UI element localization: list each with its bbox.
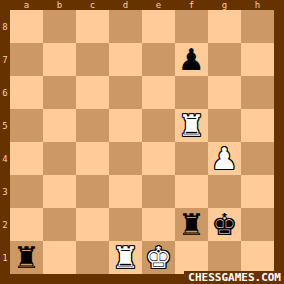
square-b5 [43,109,76,142]
square-c3 [76,175,109,208]
square-d2 [109,208,142,241]
square-h3 [241,175,274,208]
square-c2 [76,208,109,241]
square-d4 [109,142,142,175]
square-g8 [208,10,241,43]
file-label-a: a [10,0,43,10]
square-h2 [241,208,274,241]
square-e6 [142,76,175,109]
square-d8 [109,10,142,43]
square-h6 [241,76,274,109]
square-g4: ♟ [208,142,241,175]
rank-label-6: 6 [0,76,10,109]
square-d3 [109,175,142,208]
square-d6 [109,76,142,109]
piece-black-rook-f2: ♜ [178,208,205,241]
square-c7 [76,43,109,76]
square-a7 [10,43,43,76]
square-c5 [76,109,109,142]
square-b3 [43,175,76,208]
piece-white-rook-d1: ♜ [112,241,139,274]
square-e8 [142,10,175,43]
square-f4 [175,142,208,175]
square-a4 [10,142,43,175]
square-g2: ♚ [208,208,241,241]
file-label-b: b [43,0,76,10]
file-label-c: c [76,0,109,10]
square-a2 [10,208,43,241]
square-e5 [142,109,175,142]
rank-labels: 87654321 [0,10,10,274]
square-b2 [43,208,76,241]
square-c8 [76,10,109,43]
square-g1 [208,241,241,274]
square-b7 [43,43,76,76]
square-d5 [109,109,142,142]
square-g5 [208,109,241,142]
square-c4 [76,142,109,175]
chess-board: ♟♜♟♜♚♜♜♚ [10,10,274,274]
rank-label-4: 4 [0,142,10,175]
square-b1 [43,241,76,274]
square-f6 [175,76,208,109]
square-a5 [10,109,43,142]
square-g7 [208,43,241,76]
square-h7 [241,43,274,76]
rank-label-7: 7 [0,43,10,76]
square-f8 [175,10,208,43]
square-f7: ♟ [175,43,208,76]
rank-label-2: 2 [0,208,10,241]
piece-black-rook-a1: ♜ [13,241,40,274]
square-f5: ♜ [175,109,208,142]
file-label-d: d [109,0,142,10]
square-e1: ♚ [142,241,175,274]
piece-white-pawn-g4: ♟ [211,142,238,175]
square-h1 [241,241,274,274]
piece-black-pawn-f7: ♟ [178,43,205,76]
square-e4 [142,142,175,175]
file-label-e: e [142,0,175,10]
chessgames-watermark: CHESSGAMES.COM [184,271,282,284]
rank-label-3: 3 [0,175,10,208]
square-a3 [10,175,43,208]
square-a6 [10,76,43,109]
square-g6 [208,76,241,109]
rank-label-5: 5 [0,109,10,142]
square-e2 [142,208,175,241]
file-label-g: g [208,0,241,10]
square-h8 [241,10,274,43]
square-h5 [241,109,274,142]
chess-diagram: abcdefgh 87654321 ♟♜♟♜♚♜♜♚ CHESSGAMES.CO… [0,0,284,284]
piece-white-rook-f5: ♜ [178,109,205,142]
file-labels: abcdefgh [10,0,274,10]
piece-white-king-e1: ♚ [145,241,172,274]
square-c6 [76,76,109,109]
square-e7 [142,43,175,76]
square-c1 [76,241,109,274]
rank-label-1: 1 [0,241,10,274]
file-label-h: h [241,0,274,10]
square-e3 [142,175,175,208]
square-f1 [175,241,208,274]
square-d7 [109,43,142,76]
file-label-f: f [175,0,208,10]
square-f2: ♜ [175,208,208,241]
square-g3 [208,175,241,208]
square-a8 [10,10,43,43]
square-b4 [43,142,76,175]
square-a1: ♜ [10,241,43,274]
piece-black-king-g2: ♚ [211,208,238,241]
square-b8 [43,10,76,43]
square-b6 [43,76,76,109]
square-d1: ♜ [109,241,142,274]
square-h4 [241,142,274,175]
rank-label-8: 8 [0,10,10,43]
square-f3 [175,175,208,208]
